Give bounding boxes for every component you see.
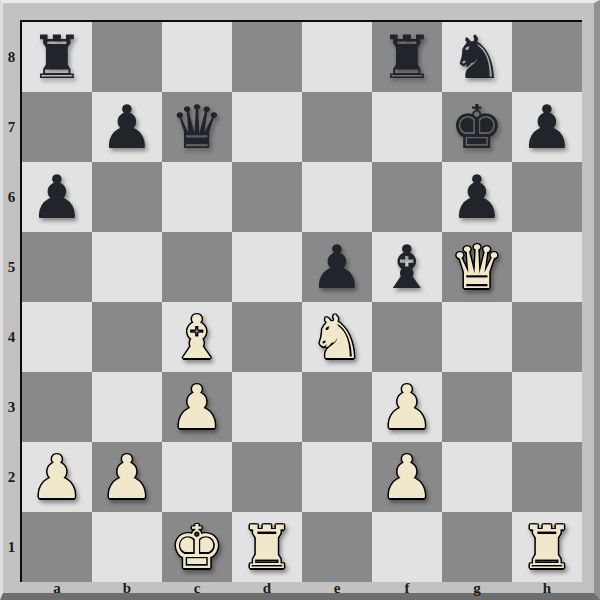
square-d2[interactable]	[232, 442, 302, 512]
file-label-b: b	[92, 581, 162, 596]
square-b3[interactable]	[92, 372, 162, 442]
square-e1[interactable]	[302, 512, 372, 582]
square-b4[interactable]	[92, 302, 162, 372]
square-h7[interactable]: ♟	[512, 92, 582, 162]
black-king-piece[interactable]: ♚	[450, 97, 504, 157]
file-labels: abcdefgh	[22, 581, 582, 595]
square-g4[interactable]	[442, 302, 512, 372]
square-e4[interactable]: ♞	[302, 302, 372, 372]
white-pawn-piece[interactable]: ♟	[170, 377, 224, 437]
white-pawn-piece[interactable]: ♟	[30, 447, 84, 507]
white-knight-piece[interactable]: ♞	[310, 307, 364, 367]
square-a4[interactable]	[22, 302, 92, 372]
square-d7[interactable]	[232, 92, 302, 162]
square-g2[interactable]	[442, 442, 512, 512]
square-c2[interactable]	[162, 442, 232, 512]
square-b1[interactable]	[92, 512, 162, 582]
square-f7[interactable]	[372, 92, 442, 162]
white-pawn-piece[interactable]: ♟	[100, 447, 154, 507]
square-e2[interactable]	[302, 442, 372, 512]
square-d3[interactable]	[232, 372, 302, 442]
file-label-e: e	[302, 581, 372, 596]
square-d8[interactable]	[232, 22, 302, 92]
file-label-h: h	[512, 581, 582, 596]
square-d5[interactable]	[232, 232, 302, 302]
square-b6[interactable]	[92, 162, 162, 232]
square-e7[interactable]	[302, 92, 372, 162]
square-h2[interactable]	[512, 442, 582, 512]
square-c4[interactable]: ♝	[162, 302, 232, 372]
square-c8[interactable]	[162, 22, 232, 92]
square-e8[interactable]	[302, 22, 372, 92]
square-a3[interactable]	[22, 372, 92, 442]
square-a1[interactable]	[22, 512, 92, 582]
square-h1[interactable]: ♜	[512, 512, 582, 582]
square-c3[interactable]: ♟	[162, 372, 232, 442]
square-e6[interactable]	[302, 162, 372, 232]
square-h8[interactable]	[512, 22, 582, 92]
rank-label-4: 4	[3, 302, 20, 372]
square-h3[interactable]	[512, 372, 582, 442]
square-g6[interactable]: ♟	[442, 162, 512, 232]
rank-label-2: 2	[3, 442, 20, 512]
file-label-g: g	[442, 581, 512, 596]
rank-label-8: 8	[3, 22, 20, 92]
square-a8[interactable]: ♜	[22, 22, 92, 92]
black-pawn-piece[interactable]: ♟	[310, 237, 364, 297]
square-g8[interactable]: ♞	[442, 22, 512, 92]
black-knight-piece[interactable]: ♞	[450, 27, 504, 87]
black-pawn-piece[interactable]: ♟	[30, 167, 84, 227]
white-rook-piece[interactable]: ♜	[520, 517, 574, 577]
file-label-c: c	[162, 581, 232, 596]
white-rook-piece[interactable]: ♜	[240, 517, 294, 577]
square-f5[interactable]: ♝	[372, 232, 442, 302]
square-g1[interactable]	[442, 512, 512, 582]
square-e5[interactable]: ♟	[302, 232, 372, 302]
black-rook-piece[interactable]: ♜	[380, 27, 434, 87]
square-d4[interactable]	[232, 302, 302, 372]
square-b2[interactable]: ♟	[92, 442, 162, 512]
square-c7[interactable]: ♛	[162, 92, 232, 162]
rank-label-1: 1	[3, 512, 20, 582]
square-b5[interactable]	[92, 232, 162, 302]
square-g5[interactable]: ♛	[442, 232, 512, 302]
square-e3[interactable]	[302, 372, 372, 442]
white-pawn-piece[interactable]: ♟	[380, 377, 434, 437]
square-d6[interactable]	[232, 162, 302, 232]
rank-label-6: 6	[3, 162, 20, 232]
black-bishop-piece[interactable]: ♝	[380, 237, 434, 297]
black-queen-piece[interactable]: ♛	[170, 97, 224, 157]
square-a5[interactable]	[22, 232, 92, 302]
square-c5[interactable]	[162, 232, 232, 302]
square-d1[interactable]: ♜	[232, 512, 302, 582]
black-pawn-piece[interactable]: ♟	[450, 167, 504, 227]
file-label-a: a	[22, 581, 92, 596]
white-king-piece[interactable]: ♚	[170, 517, 224, 577]
square-c6[interactable]	[162, 162, 232, 232]
square-h5[interactable]	[512, 232, 582, 302]
square-a2[interactable]: ♟	[22, 442, 92, 512]
square-h4[interactable]	[512, 302, 582, 372]
rank-label-5: 5	[3, 232, 20, 302]
rank-label-7: 7	[3, 92, 20, 162]
white-bishop-piece[interactable]: ♝	[170, 307, 224, 367]
black-pawn-piece[interactable]: ♟	[100, 97, 154, 157]
square-f3[interactable]: ♟	[372, 372, 442, 442]
white-pawn-piece[interactable]: ♟	[380, 447, 434, 507]
file-label-f: f	[372, 581, 442, 596]
square-g7[interactable]: ♚	[442, 92, 512, 162]
square-g3[interactable]	[442, 372, 512, 442]
square-c1[interactable]: ♚	[162, 512, 232, 582]
square-f6[interactable]	[372, 162, 442, 232]
rank-labels: 87654321	[3, 22, 20, 582]
square-b8[interactable]	[92, 22, 162, 92]
square-f2[interactable]: ♟	[372, 442, 442, 512]
board-frame: 87654321 abcdefgh ♜♜♞♟♛♚♟♟♟♟♝♛♝♞♟♟♟♟♟♚♜♜	[0, 0, 600, 600]
black-rook-piece[interactable]: ♜	[30, 27, 84, 87]
square-h6[interactable]	[512, 162, 582, 232]
square-a6[interactable]: ♟	[22, 162, 92, 232]
white-queen-piece[interactable]: ♛	[450, 237, 504, 297]
black-pawn-piece[interactable]: ♟	[520, 97, 574, 157]
chess-board: ♜♜♞♟♛♚♟♟♟♟♝♛♝♞♟♟♟♟♟♚♜♜	[20, 20, 582, 582]
square-f8[interactable]: ♜	[372, 22, 442, 92]
file-label-d: d	[232, 581, 302, 596]
square-a7[interactable]	[22, 92, 92, 162]
square-b7[interactable]: ♟	[92, 92, 162, 162]
square-f4[interactable]	[372, 302, 442, 372]
rank-label-3: 3	[3, 372, 20, 442]
square-f1[interactable]	[372, 512, 442, 582]
